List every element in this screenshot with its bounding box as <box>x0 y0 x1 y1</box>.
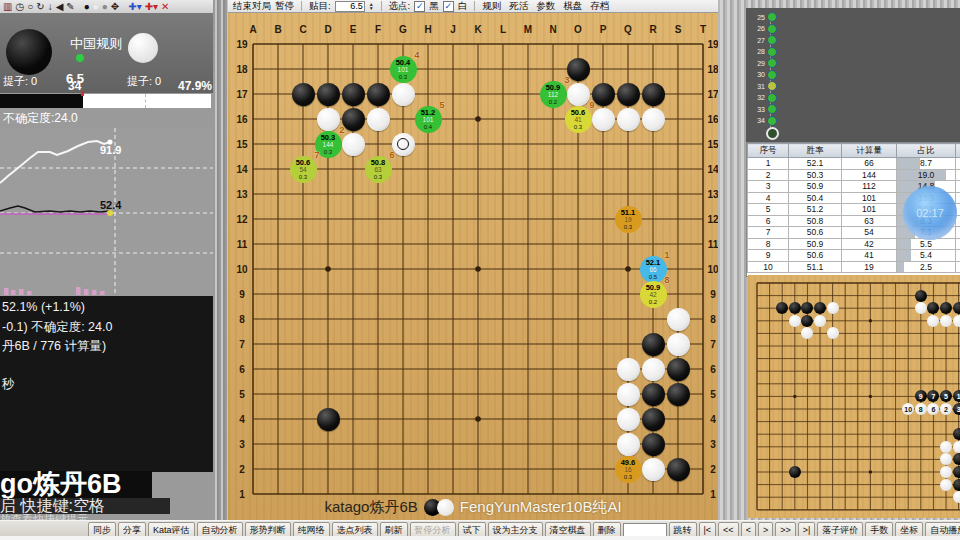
row-label-right: 15 <box>707 139 718 150</box>
black-candidates-checkbox[interactable]: ✓ <box>414 1 425 12</box>
extra-cell <box>956 250 960 262</box>
tree-node-33[interactable]: 33 <box>752 104 777 114</box>
stone-black-S5[interactable] <box>667 383 690 406</box>
col-label: K <box>474 24 482 35</box>
tree-node-dot <box>767 24 777 34</box>
row-label: 17 <box>236 89 248 100</box>
policy-bar <box>27 291 32 295</box>
candidate-winrate: 49.6 <box>621 459 636 467</box>
candidate-R10[interactable]: 152.1660.5 <box>640 256 667 283</box>
tree-node-number: 34 <box>752 117 765 124</box>
stone-white-D16[interactable] <box>317 108 340 131</box>
table-header-占比[interactable]: 占比 <box>897 144 956 158</box>
tree-node-26[interactable]: 26 <box>752 24 777 34</box>
stone-white-S8[interactable] <box>667 308 690 331</box>
pv-move-number: 10 <box>904 406 912 413</box>
star-point <box>475 116 481 122</box>
stone-white-F16[interactable] <box>367 108 390 131</box>
board-toolbar: 结束对局 暂停 贴目: ▲▼ 选点: ✓ 黑 ✓ 白 规则死活参数棋盘存档 <box>228 0 718 13</box>
stone-white-Q16[interactable] <box>617 108 640 131</box>
winrate-cell: 50.4 <box>789 192 842 204</box>
stone-white-Q6[interactable] <box>617 358 640 381</box>
star-point <box>869 319 872 322</box>
menu-item-死活[interactable]: 死活 <box>509 0 528 13</box>
ratio-bar <box>897 239 911 250</box>
row-label-right: 9 <box>710 289 716 300</box>
add-blue-cross-icon[interactable]: ✚▾ <box>128 2 141 12</box>
star-point <box>793 395 796 398</box>
row-label: 2 <box>239 464 245 475</box>
visits-cell: 63 <box>842 215 897 227</box>
black-winrate-line <box>0 206 110 212</box>
circle-icon[interactable]: ○ <box>27 2 33 12</box>
col-label: Q <box>624 24 632 35</box>
extra-cell <box>956 227 960 239</box>
gray-stone-icon[interactable]: ● <box>102 2 108 12</box>
tree-node-34[interactable]: 34 <box>752 116 777 126</box>
rank-cell: 10 <box>748 261 789 273</box>
tree-node-number: 28 <box>752 48 765 55</box>
row-label: 6 <box>239 364 245 375</box>
candidate-score: 0.3 <box>374 174 382 180</box>
candidate-visits: 144 <box>323 142 334 149</box>
candidate-visits: 42 <box>649 292 656 299</box>
stone-white-E15[interactable] <box>342 133 365 156</box>
table-row[interactable]: 250.314419.0 <box>748 169 960 181</box>
col-label: G <box>399 24 407 35</box>
tree-node-number: 26 <box>752 25 765 32</box>
table-header-extra[interactable] <box>956 144 960 158</box>
black-checkbox-label: 黑 <box>429 0 439 13</box>
pv-stone-2: 2 <box>940 403 952 415</box>
mini-stone-white-R6 <box>953 441 960 453</box>
analysis-text-panel: 52.1% (+1.1%)-0.1) 不确定度: 24.0丹6B / 776 计… <box>0 296 213 472</box>
winrate-bar <box>0 94 211 108</box>
tree-node-29[interactable]: 29 <box>752 58 777 68</box>
pv-move-number: 7 <box>931 393 935 400</box>
mini-stone-white-Q4 <box>940 466 952 478</box>
visits-cell: 42 <box>842 238 897 250</box>
stone-white-R2[interactable] <box>642 458 665 481</box>
rank-cell: 3 <box>748 181 789 193</box>
stone-white-O17[interactable] <box>567 83 590 106</box>
candidate-rank: 6 <box>389 151 394 160</box>
black-captures-label: 提子: 0 <box>3 74 37 89</box>
rank-cell: 4 <box>748 192 789 204</box>
candidate-G18[interactable]: 450.41010.3 <box>390 56 417 83</box>
row-label-right: 7 <box>710 339 716 350</box>
stone-black-R5[interactable] <box>642 383 665 406</box>
variation-board[interactable]: 1235678910 <box>748 275 960 518</box>
tree-node-number: 33 <box>752 106 765 113</box>
candidate-N17[interactable]: 350.91120.2 <box>540 81 567 108</box>
rules-label: 中国规则 <box>56 35 136 53</box>
menu-item-棋盘[interactable]: 棋盘 <box>563 0 582 13</box>
analysis-line: 秒 <box>2 376 15 393</box>
col-label: B <box>274 24 281 35</box>
row-label: 5 <box>239 389 245 400</box>
extra-cell <box>956 261 960 273</box>
candidate-rank: 5 <box>439 101 444 110</box>
white-winrate-line <box>0 141 110 183</box>
mini-stone-white-Q16 <box>940 315 952 327</box>
shortcut-hint: 启 快捷键:空格 <box>0 498 170 514</box>
stone-white-R6[interactable] <box>642 358 665 381</box>
candidate-score: 0.3 <box>324 149 332 155</box>
stone-black-S2[interactable] <box>667 458 690 481</box>
extra-cell <box>956 192 960 204</box>
extra-cell <box>956 181 960 193</box>
stone-white-Q5[interactable] <box>617 383 640 406</box>
analysis-line: 52.1% (+1.1%) <box>2 300 85 314</box>
black-player-name: katago炼丹6B <box>324 498 417 517</box>
toolbar-separator <box>301 1 302 11</box>
candidate-visits: 41 <box>574 117 581 124</box>
candidate-score: 0.2 <box>549 99 557 105</box>
col-label: O <box>574 24 582 35</box>
pause-button[interactable]: 暂停 <box>275 0 294 13</box>
tree-node-dot <box>767 12 777 22</box>
visits-cell: 54 <box>842 227 897 239</box>
candidate-score: 0.2 <box>649 299 657 305</box>
row-label-right: 14 <box>707 164 718 175</box>
tree-node-dot <box>767 93 777 103</box>
row-label: 3 <box>239 439 245 450</box>
mini-stone-white-R16 <box>953 315 960 327</box>
white-stone-icon <box>437 499 454 516</box>
candidate-rank: 9 <box>589 101 594 110</box>
uncertainty-label: 不确定度:24.0 <box>3 110 78 127</box>
bottom-strip <box>0 536 960 540</box>
row-label-right: 16 <box>707 114 718 125</box>
stone-black-C17[interactable] <box>292 83 315 106</box>
go-board[interactable]: A1919B1818C1717D1616E1515F1414G1313H1212… <box>228 13 718 520</box>
candidate-rank: 2 <box>339 126 344 135</box>
app-window: ▥◷○↻↓◀✎●●●✥✚▾✚▾✕ 中国规则 提子: 0 6.5 提子: 0 34… <box>0 0 960 540</box>
col-label: J <box>450 24 456 35</box>
candidate-C14[interactable]: 750.6540.3 <box>290 156 317 183</box>
komi-input[interactable] <box>335 1 365 12</box>
col-label: D <box>324 24 331 35</box>
col-label: L <box>500 24 506 35</box>
candidate-visits: 101 <box>423 117 434 124</box>
table-row[interactable]: 152.1668.7 <box>748 158 960 170</box>
winrate-cell: 50.3 <box>789 169 842 181</box>
visits-cell: 144 <box>842 169 897 181</box>
stone-black-R4[interactable] <box>642 408 665 431</box>
pv-move-number: 5 <box>944 393 948 400</box>
mini-stone-black-R4 <box>953 466 960 478</box>
stone-white-R16[interactable] <box>642 108 665 131</box>
candidate-score: 0.3 <box>299 174 307 180</box>
menu-item-规则[interactable]: 规则 <box>482 0 501 13</box>
visits-cell: 66 <box>842 158 897 170</box>
rank-cell: 2 <box>748 169 789 181</box>
rank-cell: 9 <box>748 250 789 262</box>
candidate-visits: 101 <box>398 67 409 74</box>
candidate-rank: 8 <box>664 276 669 285</box>
policy-bar <box>76 287 81 295</box>
row-label: 4 <box>239 414 245 425</box>
policy-bar <box>92 290 97 295</box>
policy-bar <box>19 289 24 295</box>
ratio-bar <box>897 158 920 169</box>
candidate-F14[interactable]: 650.8630.3 <box>365 156 392 183</box>
ratio-cell: 5.4 <box>897 250 956 262</box>
menu-item-存档[interactable]: 存档 <box>590 0 609 13</box>
tree-node-dot <box>767 58 777 68</box>
mini-stone-white-F16 <box>814 315 826 327</box>
winrate-bar-tick <box>81 91 84 96</box>
row-label-right: 18 <box>707 64 718 75</box>
menu-item-参数[interactable]: 参数 <box>536 0 555 13</box>
star-point <box>869 395 872 398</box>
stone-white-P16[interactable] <box>592 108 615 131</box>
edit-icon-toolbar: ▥◷○↻↓◀✎●●●✥✚▾✚▾✕ <box>0 0 216 14</box>
turn-indicator-dot <box>76 54 84 62</box>
candidate-Q12[interactable]: 51.1190.3 <box>615 206 642 233</box>
candidate-R9[interactable]: 850.9420.2 <box>640 281 667 308</box>
pv-move-number: 2 <box>944 406 948 413</box>
table-header-计算量[interactable]: 计算量 <box>842 144 897 158</box>
row-label: 13 <box>236 189 248 200</box>
col-label: A <box>249 24 256 35</box>
tree-node-number: 32 <box>752 94 765 101</box>
tree-current-node[interactable] <box>766 127 779 140</box>
candidate-winrate: 50.9 <box>646 284 661 292</box>
hand-icon[interactable]: ✥ <box>111 2 119 12</box>
stone-black-F17[interactable] <box>367 83 390 106</box>
mini-stone-black-D17 <box>789 302 801 314</box>
table-header-序号[interactable]: 序号 <box>748 144 789 158</box>
tree-node-30[interactable]: 30 <box>752 70 777 80</box>
pv-move-number: 9 <box>919 393 923 400</box>
stone-white-Q3[interactable] <box>617 433 640 456</box>
analysis-line: -0.1) 不确定度: 24.0 <box>2 319 112 336</box>
row-label-right: 10 <box>707 264 718 275</box>
pv-move-number: 8 <box>919 406 923 413</box>
candidate-visits: 66 <box>649 267 656 274</box>
star-point <box>325 266 331 272</box>
candidate-visits: 19 <box>624 217 631 224</box>
pv-move-number: 1 <box>957 393 960 400</box>
history-icon[interactable]: ◷ <box>15 2 24 12</box>
tree-node-dot <box>767 116 777 126</box>
stone-black-R7[interactable] <box>642 333 665 356</box>
mini-stone-black-R3 <box>953 479 960 491</box>
tree-node-number: 25 <box>752 14 765 21</box>
candidate-rank: 4 <box>414 51 419 60</box>
panel-divider[interactable] <box>213 0 228 520</box>
tree-node-number: 31 <box>752 83 765 90</box>
col-label: T <box>700 24 706 35</box>
row-label: 9 <box>239 289 245 300</box>
pv-stone-3: 3 <box>953 403 960 415</box>
star-point <box>475 266 481 272</box>
rank-cell: 7 <box>748 227 789 239</box>
mini-stone-white-G15 <box>827 327 839 339</box>
stone-white-G17[interactable] <box>392 83 415 106</box>
tree-node-number: 29 <box>752 60 765 67</box>
stone-white-S7[interactable] <box>667 333 690 356</box>
candidate-score: 0.3 <box>399 74 407 80</box>
white-player-name: FengYunMaster10B纯AI <box>460 498 622 517</box>
stone-black-Q17[interactable] <box>617 83 640 106</box>
stone-black-D4[interactable] <box>317 408 340 431</box>
refresh-icon[interactable]: ↻ <box>36 2 44 12</box>
white-winrate-label: 91.9 <box>100 144 121 156</box>
komi-spinner[interactable]: ▲▼ <box>369 2 374 10</box>
mini-stone-white-Q3 <box>940 479 952 491</box>
analysis-line: 丹6B / 776 计算量) <box>2 338 106 355</box>
mini-stone-white-O17 <box>915 302 927 314</box>
back-arrow-icon[interactable]: ◀ <box>56 2 64 12</box>
winrate-bar-black <box>0 94 83 108</box>
ratio-bar <box>897 262 904 273</box>
black-player-stone-icon <box>6 29 52 75</box>
stone-black-S6[interactable] <box>667 358 690 381</box>
star-point <box>869 470 872 473</box>
col-label: P <box>600 24 607 35</box>
tree-node-dot <box>767 47 777 57</box>
chart-icon[interactable]: ▥ <box>3 2 12 12</box>
visits-cell: 101 <box>842 192 897 204</box>
white-candidates-checkbox[interactable]: ✓ <box>443 1 454 12</box>
stone-white-Q4[interactable] <box>617 408 640 431</box>
pencil-icon[interactable]: ✎ <box>66 2 74 12</box>
extra-cell <box>956 158 960 170</box>
mini-stone-white-D16 <box>789 315 801 327</box>
winrate-cell: 50.8 <box>789 215 842 227</box>
stone-black-R3[interactable] <box>642 433 665 456</box>
black-winrate-label: 52.4 <box>100 199 122 211</box>
col-label: S <box>675 24 682 35</box>
candidate-visits: 54 <box>299 167 306 174</box>
col-label: M <box>524 24 532 35</box>
col-label: N <box>549 24 556 35</box>
visits-cell: 19 <box>842 261 897 273</box>
add-red-cross-icon[interactable]: ✚▾ <box>145 2 158 12</box>
tree-node-31[interactable]: 31 <box>752 81 777 91</box>
white-stone-icon[interactable]: ● <box>93 2 99 12</box>
winrate-cell: 50.6 <box>789 227 842 239</box>
candidate-O16[interactable]: 950.6410.3 <box>565 106 592 133</box>
policy-bar <box>11 290 16 295</box>
tree-node-number: 27 <box>752 37 765 44</box>
col-label: H <box>424 24 431 35</box>
candidate-Q2[interactable]: 49.6160.3 <box>615 456 642 483</box>
row-label-right: 8 <box>710 314 716 325</box>
row-label-right: 12 <box>707 214 718 225</box>
candidate-score: 0.4 <box>424 124 432 130</box>
tree-node-27[interactable]: 27 <box>752 35 777 45</box>
row-label-right: 13 <box>707 189 718 200</box>
table-header-胜率[interactable]: 胜率 <box>789 144 842 158</box>
row-label: 16 <box>236 114 248 125</box>
star-point <box>625 266 631 272</box>
visits-cell: 41 <box>842 250 897 262</box>
candidate-visits: 16 <box>624 467 631 474</box>
stone-black-R17[interactable] <box>642 83 665 106</box>
row-label: 15 <box>236 139 248 150</box>
candidate-H16[interactable]: 551.21010.4 <box>415 106 442 133</box>
candidate-winrate: 51.1 <box>621 209 636 217</box>
ratio-cell: 2.5 <box>897 261 956 273</box>
mini-stone-white-Q6 <box>940 441 952 453</box>
move-number: 34 <box>68 79 81 93</box>
candidate-rank: 3 <box>564 76 569 85</box>
right-panel: 25262728293031323334 序号胜率计算量占比152.1668.7… <box>718 0 960 520</box>
row-label-right: 11 <box>708 239 718 250</box>
candidate-label: 选点: <box>389 0 411 13</box>
row-label: 7 <box>239 339 245 350</box>
row-label-right: 3 <box>710 439 716 450</box>
table-row[interactable]: 1051.1192.5 <box>748 261 960 273</box>
engine-name-banner: go炼丹6B <box>0 471 152 498</box>
mini-stone-white-G17 <box>827 302 839 314</box>
winrate-cell: 52.1 <box>789 158 842 170</box>
row-label-right: 17 <box>707 89 718 100</box>
candidate-winrate: 50.9 <box>546 84 561 92</box>
row-label-right: 2 <box>710 464 716 475</box>
extra-cell <box>956 238 960 250</box>
candidate-rank: 1 <box>664 251 669 260</box>
tree-node-dot <box>767 70 777 80</box>
winrate-value: 47.9% <box>152 79 212 93</box>
black-stone-icon[interactable]: ● <box>84 2 90 12</box>
close-icon[interactable]: ✕ <box>161 2 169 12</box>
row-label-right: 4 <box>710 414 716 425</box>
row-label: 11 <box>237 239 248 250</box>
visits-cell: 112 <box>842 181 897 193</box>
winrate-cell: 50.9 <box>789 238 842 250</box>
pv-stone-8: 8 <box>915 403 927 415</box>
tree-node-dot <box>767 104 777 114</box>
row-label-right: 5 <box>710 389 716 400</box>
policy-bar <box>84 289 89 295</box>
move-tree-panel[interactable]: 25262728293031323334 <box>746 8 960 142</box>
col-label: E <box>350 24 357 35</box>
winrate-cell: 51.2 <box>789 204 842 216</box>
tree-node-32[interactable]: 32 <box>752 93 777 103</box>
board-menu: 规则死活参数棋盘存档 <box>482 0 609 13</box>
tree-node-28[interactable]: 28 <box>752 47 777 57</box>
toolbar-separator <box>381 1 382 11</box>
row-label: 8 <box>239 314 245 325</box>
winrate-graph[interactable]: 91.952.4 <box>0 128 213 296</box>
star-point <box>475 416 481 422</box>
stone-black-E17[interactable] <box>342 83 365 106</box>
row-label: 12 <box>236 214 248 225</box>
rank-cell: 5 <box>748 204 789 216</box>
candidate-visits: 63 <box>374 167 381 174</box>
row-label: 19 <box>236 39 248 50</box>
candidate-visits: 112 <box>548 92 558 99</box>
col-label: F <box>375 24 381 35</box>
end-game-button[interactable]: 结束对局 <box>233 0 271 13</box>
stone-black-D17[interactable] <box>317 83 340 106</box>
policy-bar <box>4 288 9 295</box>
down-arrow-icon[interactable]: ↓ <box>48 2 53 12</box>
toolbar-separator <box>474 1 475 11</box>
candidate-rank: 7 <box>314 151 319 160</box>
floating-bubble-overlay[interactable]: 02:17 <box>903 186 957 240</box>
candidate-winrate: 50.6 <box>571 109 586 117</box>
tree-node-25[interactable]: 25 <box>752 12 777 22</box>
candidate-score: 0.5 <box>649 274 657 280</box>
tree-node-dot <box>767 81 777 91</box>
table-row[interactable]: 950.6415.4 <box>748 250 960 262</box>
